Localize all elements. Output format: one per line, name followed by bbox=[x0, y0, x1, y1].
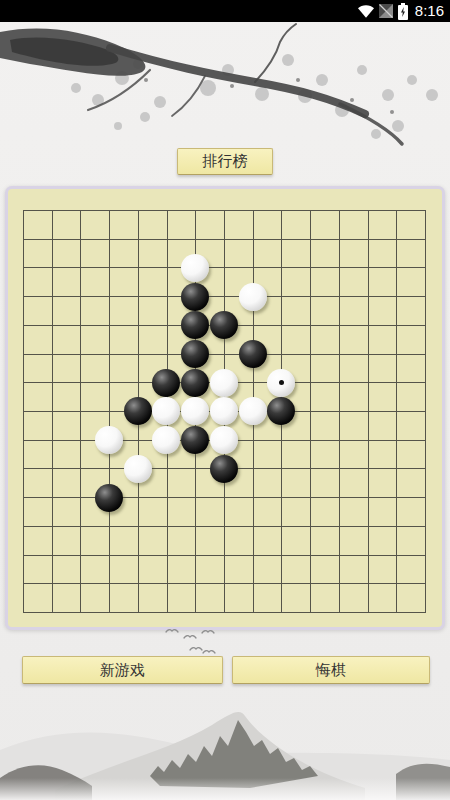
board-cell[interactable] bbox=[152, 397, 181, 426]
board-cell[interactable] bbox=[37, 569, 66, 598]
board-cell[interactable] bbox=[37, 340, 66, 369]
board-cell[interactable] bbox=[411, 397, 440, 426]
new-game-button[interactable]: 新游戏 bbox=[22, 656, 223, 684]
board-cell[interactable] bbox=[152, 426, 181, 455]
board-cell[interactable] bbox=[411, 541, 440, 570]
board-cell[interactable] bbox=[152, 569, 181, 598]
board-cell[interactable] bbox=[181, 311, 210, 340]
board-cell[interactable] bbox=[181, 598, 210, 627]
board-cell[interactable] bbox=[9, 426, 38, 455]
board-cell[interactable] bbox=[210, 196, 239, 225]
black-stone bbox=[210, 311, 238, 339]
board-cell[interactable] bbox=[181, 569, 210, 598]
black-stone bbox=[181, 340, 209, 368]
board-cell[interactable] bbox=[66, 512, 95, 541]
board-cell[interactable] bbox=[238, 598, 267, 627]
board-cell[interactable] bbox=[324, 483, 353, 512]
board-cell[interactable] bbox=[411, 225, 440, 254]
board-cell[interactable] bbox=[66, 598, 95, 627]
board-cell[interactable] bbox=[324, 397, 353, 426]
board-cell[interactable] bbox=[353, 512, 382, 541]
board-cell[interactable] bbox=[152, 454, 181, 483]
board-cell[interactable] bbox=[37, 426, 66, 455]
board-cell[interactable] bbox=[267, 426, 296, 455]
board-cell[interactable] bbox=[353, 282, 382, 311]
board-cell[interactable] bbox=[210, 397, 239, 426]
board-cell[interactable] bbox=[411, 512, 440, 541]
board-cell[interactable] bbox=[411, 253, 440, 282]
board-cell[interactable] bbox=[95, 397, 124, 426]
white-stone bbox=[152, 426, 180, 454]
board-cell[interactable] bbox=[66, 196, 95, 225]
board-cell[interactable] bbox=[123, 512, 152, 541]
board-cell[interactable] bbox=[95, 368, 124, 397]
board-cell[interactable] bbox=[66, 253, 95, 282]
board-cell[interactable] bbox=[123, 598, 152, 627]
board-cell[interactable] bbox=[66, 340, 95, 369]
board-cell[interactable] bbox=[382, 426, 411, 455]
board-cell[interactable] bbox=[267, 340, 296, 369]
white-stone bbox=[239, 283, 267, 311]
board-cell[interactable] bbox=[267, 512, 296, 541]
board-cell[interactable] bbox=[324, 598, 353, 627]
board-cell[interactable] bbox=[324, 569, 353, 598]
board-cell[interactable] bbox=[324, 340, 353, 369]
board-cell[interactable] bbox=[152, 512, 181, 541]
board-cell[interactable] bbox=[324, 426, 353, 455]
board-cell[interactable] bbox=[123, 340, 152, 369]
board-cell[interactable] bbox=[267, 311, 296, 340]
white-stone bbox=[181, 254, 209, 282]
board-cell[interactable] bbox=[238, 483, 267, 512]
board-cell[interactable] bbox=[152, 483, 181, 512]
white-stone bbox=[181, 397, 209, 425]
board-cell[interactable] bbox=[267, 598, 296, 627]
board-cell[interactable] bbox=[95, 512, 124, 541]
board-cell[interactable] bbox=[238, 569, 267, 598]
white-stone bbox=[95, 426, 123, 454]
board-cell[interactable] bbox=[95, 454, 124, 483]
leaderboard-button[interactable]: 排行榜 bbox=[177, 148, 273, 175]
board-cell[interactable] bbox=[353, 253, 382, 282]
board-cell[interactable] bbox=[95, 569, 124, 598]
board-cell[interactable] bbox=[95, 598, 124, 627]
white-stone bbox=[124, 455, 152, 483]
app-screen: 8:16 排行榜 bbox=[0, 0, 450, 800]
board-cell[interactable] bbox=[411, 483, 440, 512]
board-cell[interactable] bbox=[66, 311, 95, 340]
board-cell[interactable] bbox=[296, 598, 325, 627]
board-cell[interactable] bbox=[382, 483, 411, 512]
board-cell[interactable] bbox=[123, 311, 152, 340]
board-cell[interactable] bbox=[9, 569, 38, 598]
board-cell[interactable] bbox=[411, 311, 440, 340]
board-cell[interactable] bbox=[267, 454, 296, 483]
board-cell[interactable] bbox=[411, 454, 440, 483]
board-cell[interactable] bbox=[152, 196, 181, 225]
board-cell[interactable] bbox=[353, 225, 382, 254]
board-cell[interactable] bbox=[238, 512, 267, 541]
board-cell[interactable] bbox=[238, 340, 267, 369]
board-cell[interactable] bbox=[411, 340, 440, 369]
board-cell[interactable] bbox=[9, 311, 38, 340]
board-cell[interactable] bbox=[324, 311, 353, 340]
board-cell[interactable] bbox=[296, 541, 325, 570]
board-cell[interactable] bbox=[37, 368, 66, 397]
board-cell[interactable] bbox=[9, 454, 38, 483]
board-cell[interactable] bbox=[324, 512, 353, 541]
board-cell[interactable] bbox=[382, 569, 411, 598]
board-cell[interactable] bbox=[181, 225, 210, 254]
board-cell[interactable] bbox=[66, 541, 95, 570]
board-cell[interactable] bbox=[9, 397, 38, 426]
board-cell[interactable] bbox=[382, 368, 411, 397]
board-cell[interactable] bbox=[238, 541, 267, 570]
board-cell[interactable] bbox=[152, 311, 181, 340]
board-cell[interactable] bbox=[37, 598, 66, 627]
black-stone bbox=[181, 369, 209, 397]
board-cells bbox=[9, 196, 440, 627]
board-cell[interactable] bbox=[123, 426, 152, 455]
board-cell[interactable] bbox=[152, 282, 181, 311]
board-cell[interactable] bbox=[37, 512, 66, 541]
board-cell[interactable] bbox=[66, 426, 95, 455]
board-cell[interactable] bbox=[411, 569, 440, 598]
black-stone bbox=[181, 426, 209, 454]
mountain-ink-art bbox=[0, 628, 450, 800]
board-cell[interactable] bbox=[37, 196, 66, 225]
board-cell[interactable] bbox=[123, 397, 152, 426]
board-cell[interactable] bbox=[152, 541, 181, 570]
board-cell[interactable] bbox=[9, 340, 38, 369]
board-cell[interactable] bbox=[9, 598, 38, 627]
board-cell[interactable] bbox=[181, 340, 210, 369]
board-cell[interactable] bbox=[181, 196, 210, 225]
board-cell[interactable] bbox=[324, 454, 353, 483]
black-stone bbox=[124, 397, 152, 425]
board-cell[interactable] bbox=[411, 196, 440, 225]
board-cell[interactable] bbox=[238, 397, 267, 426]
board-cell[interactable] bbox=[296, 454, 325, 483]
board-cell[interactable] bbox=[123, 282, 152, 311]
board-cell[interactable] bbox=[37, 397, 66, 426]
board-cell[interactable] bbox=[210, 569, 239, 598]
board-cell[interactable] bbox=[267, 282, 296, 311]
board-cell[interactable] bbox=[95, 253, 124, 282]
board-cell[interactable] bbox=[296, 569, 325, 598]
white-stone bbox=[210, 369, 238, 397]
board-cell[interactable] bbox=[324, 541, 353, 570]
board-cell[interactable] bbox=[95, 225, 124, 254]
black-stone bbox=[181, 311, 209, 339]
board-cell[interactable] bbox=[267, 569, 296, 598]
board-cell[interactable] bbox=[382, 282, 411, 311]
board-cell[interactable] bbox=[95, 541, 124, 570]
board-cell[interactable] bbox=[296, 426, 325, 455]
board-cell[interactable] bbox=[238, 196, 267, 225]
board-cell[interactable] bbox=[353, 569, 382, 598]
board-cell[interactable] bbox=[66, 569, 95, 598]
board-cell[interactable] bbox=[95, 483, 124, 512]
status-bar: 8:16 bbox=[0, 0, 450, 22]
board-cell[interactable] bbox=[37, 253, 66, 282]
board-cell[interactable] bbox=[267, 368, 296, 397]
white-stone bbox=[210, 397, 238, 425]
last-move-marker bbox=[279, 380, 284, 385]
board-cell[interactable] bbox=[324, 225, 353, 254]
board-cell[interactable] bbox=[152, 598, 181, 627]
board-cell[interactable] bbox=[210, 225, 239, 254]
board-cell[interactable] bbox=[66, 368, 95, 397]
board-cell[interactable] bbox=[123, 483, 152, 512]
board-cell[interactable] bbox=[324, 196, 353, 225]
black-stone bbox=[267, 397, 295, 425]
board-cell[interactable] bbox=[238, 368, 267, 397]
board-cell[interactable] bbox=[238, 225, 267, 254]
board-cell[interactable] bbox=[66, 397, 95, 426]
board-cell[interactable] bbox=[296, 397, 325, 426]
board-cell[interactable] bbox=[210, 541, 239, 570]
board-cell[interactable] bbox=[411, 426, 440, 455]
board-cell[interactable] bbox=[353, 368, 382, 397]
board-cell[interactable] bbox=[296, 512, 325, 541]
board-cell[interactable] bbox=[382, 598, 411, 627]
board-cell[interactable] bbox=[123, 368, 152, 397]
board-cell[interactable] bbox=[37, 225, 66, 254]
board-cell[interactable] bbox=[267, 397, 296, 426]
undo-button[interactable]: 悔棋 bbox=[232, 656, 430, 684]
board-cell[interactable] bbox=[210, 483, 239, 512]
board-cell[interactable] bbox=[181, 368, 210, 397]
board-cell[interactable] bbox=[95, 311, 124, 340]
board-cell[interactable] bbox=[210, 598, 239, 627]
battery-charging-icon bbox=[398, 3, 408, 20]
board-cell[interactable] bbox=[353, 541, 382, 570]
board-cell[interactable] bbox=[296, 340, 325, 369]
board-cell[interactable] bbox=[353, 311, 382, 340]
board-cell[interactable] bbox=[267, 253, 296, 282]
board-cell[interactable] bbox=[9, 483, 38, 512]
board-cell[interactable] bbox=[95, 196, 124, 225]
board-cell[interactable] bbox=[353, 397, 382, 426]
board-cell[interactable] bbox=[267, 196, 296, 225]
gomoku-board bbox=[5, 186, 445, 630]
board-cell[interactable] bbox=[411, 282, 440, 311]
black-stone bbox=[210, 455, 238, 483]
board-cell[interactable] bbox=[296, 253, 325, 282]
board-cell[interactable] bbox=[66, 282, 95, 311]
board-cell[interactable] bbox=[181, 512, 210, 541]
black-stone bbox=[95, 484, 123, 512]
board-cell[interactable] bbox=[238, 311, 267, 340]
black-stone bbox=[239, 340, 267, 368]
board-cell[interactable] bbox=[353, 340, 382, 369]
board-cell[interactable] bbox=[382, 311, 411, 340]
board-cell[interactable] bbox=[353, 483, 382, 512]
board-cell[interactable] bbox=[181, 483, 210, 512]
board-cell[interactable] bbox=[296, 282, 325, 311]
board-cell[interactable] bbox=[9, 368, 38, 397]
board-cell[interactable] bbox=[210, 340, 239, 369]
board-cell[interactable] bbox=[411, 368, 440, 397]
board-cell[interactable] bbox=[123, 454, 152, 483]
board-cell[interactable] bbox=[382, 397, 411, 426]
board-cell[interactable] bbox=[296, 368, 325, 397]
board-cell[interactable] bbox=[382, 225, 411, 254]
board-cell[interactable] bbox=[324, 368, 353, 397]
board-cell[interactable] bbox=[37, 483, 66, 512]
status-time: 8:16 bbox=[415, 0, 444, 22]
board-cell[interactable] bbox=[210, 454, 239, 483]
board-cell[interactable] bbox=[296, 311, 325, 340]
board-cell[interactable] bbox=[267, 541, 296, 570]
board-cell[interactable] bbox=[238, 426, 267, 455]
board-cell[interactable] bbox=[382, 196, 411, 225]
board-cell[interactable] bbox=[210, 426, 239, 455]
board-cell[interactable] bbox=[267, 483, 296, 512]
board-cell[interactable] bbox=[324, 253, 353, 282]
board-cell[interactable] bbox=[353, 426, 382, 455]
board-cell[interactable] bbox=[210, 512, 239, 541]
white-stone bbox=[239, 397, 267, 425]
board-cell[interactable] bbox=[66, 483, 95, 512]
board-cell[interactable] bbox=[267, 225, 296, 254]
board-cell[interactable] bbox=[66, 454, 95, 483]
board-cell[interactable] bbox=[353, 196, 382, 225]
no-sim-icon bbox=[379, 4, 393, 18]
board-cell[interactable] bbox=[210, 368, 239, 397]
board-cell[interactable] bbox=[123, 253, 152, 282]
board-cell[interactable] bbox=[9, 225, 38, 254]
board-cell[interactable] bbox=[296, 483, 325, 512]
board-cell[interactable] bbox=[37, 541, 66, 570]
board-cell[interactable] bbox=[66, 225, 95, 254]
board-cell[interactable] bbox=[152, 253, 181, 282]
board-cell[interactable] bbox=[181, 253, 210, 282]
board-cell[interactable] bbox=[37, 454, 66, 483]
board-cell[interactable] bbox=[95, 282, 124, 311]
board-cell[interactable] bbox=[152, 368, 181, 397]
board-cell[interactable] bbox=[9, 282, 38, 311]
board-cell[interactable] bbox=[353, 454, 382, 483]
board-cell[interactable] bbox=[152, 225, 181, 254]
board-cell[interactable] bbox=[353, 598, 382, 627]
board-cell[interactable] bbox=[95, 426, 124, 455]
board-cell[interactable] bbox=[181, 426, 210, 455]
board-cell[interactable] bbox=[181, 397, 210, 426]
board-cell[interactable] bbox=[123, 225, 152, 254]
black-stone bbox=[181, 283, 209, 311]
board-cell[interactable] bbox=[9, 253, 38, 282]
board-cell[interactable] bbox=[9, 196, 38, 225]
board-cell[interactable] bbox=[210, 311, 239, 340]
board-cell[interactable] bbox=[9, 512, 38, 541]
board-cell[interactable] bbox=[382, 340, 411, 369]
board-cell[interactable] bbox=[238, 282, 267, 311]
black-stone bbox=[152, 369, 180, 397]
board-cell[interactable] bbox=[382, 454, 411, 483]
board-cell[interactable] bbox=[296, 196, 325, 225]
board-cell[interactable] bbox=[210, 253, 239, 282]
board-cell[interactable] bbox=[181, 454, 210, 483]
board-cell[interactable] bbox=[382, 541, 411, 570]
board-cell[interactable] bbox=[210, 282, 239, 311]
board-cell[interactable] bbox=[238, 253, 267, 282]
wifi-icon bbox=[358, 5, 374, 18]
board-cell[interactable] bbox=[296, 225, 325, 254]
board-cell[interactable] bbox=[37, 311, 66, 340]
board-cell[interactable] bbox=[382, 253, 411, 282]
board-cell[interactable] bbox=[238, 454, 267, 483]
board-cell[interactable] bbox=[181, 541, 210, 570]
board-cell[interactable] bbox=[152, 340, 181, 369]
board-cell[interactable] bbox=[382, 512, 411, 541]
board-cell[interactable] bbox=[37, 282, 66, 311]
board-cell[interactable] bbox=[411, 598, 440, 627]
board-cell[interactable] bbox=[123, 196, 152, 225]
white-stone bbox=[210, 426, 238, 454]
board-cell[interactable] bbox=[181, 282, 210, 311]
board-cell[interactable] bbox=[9, 541, 38, 570]
board-cell[interactable] bbox=[123, 541, 152, 570]
board-cell[interactable] bbox=[95, 340, 124, 369]
white-stone bbox=[267, 369, 295, 397]
board-cell[interactable] bbox=[324, 282, 353, 311]
board-cell[interactable] bbox=[123, 569, 152, 598]
white-stone bbox=[152, 397, 180, 425]
